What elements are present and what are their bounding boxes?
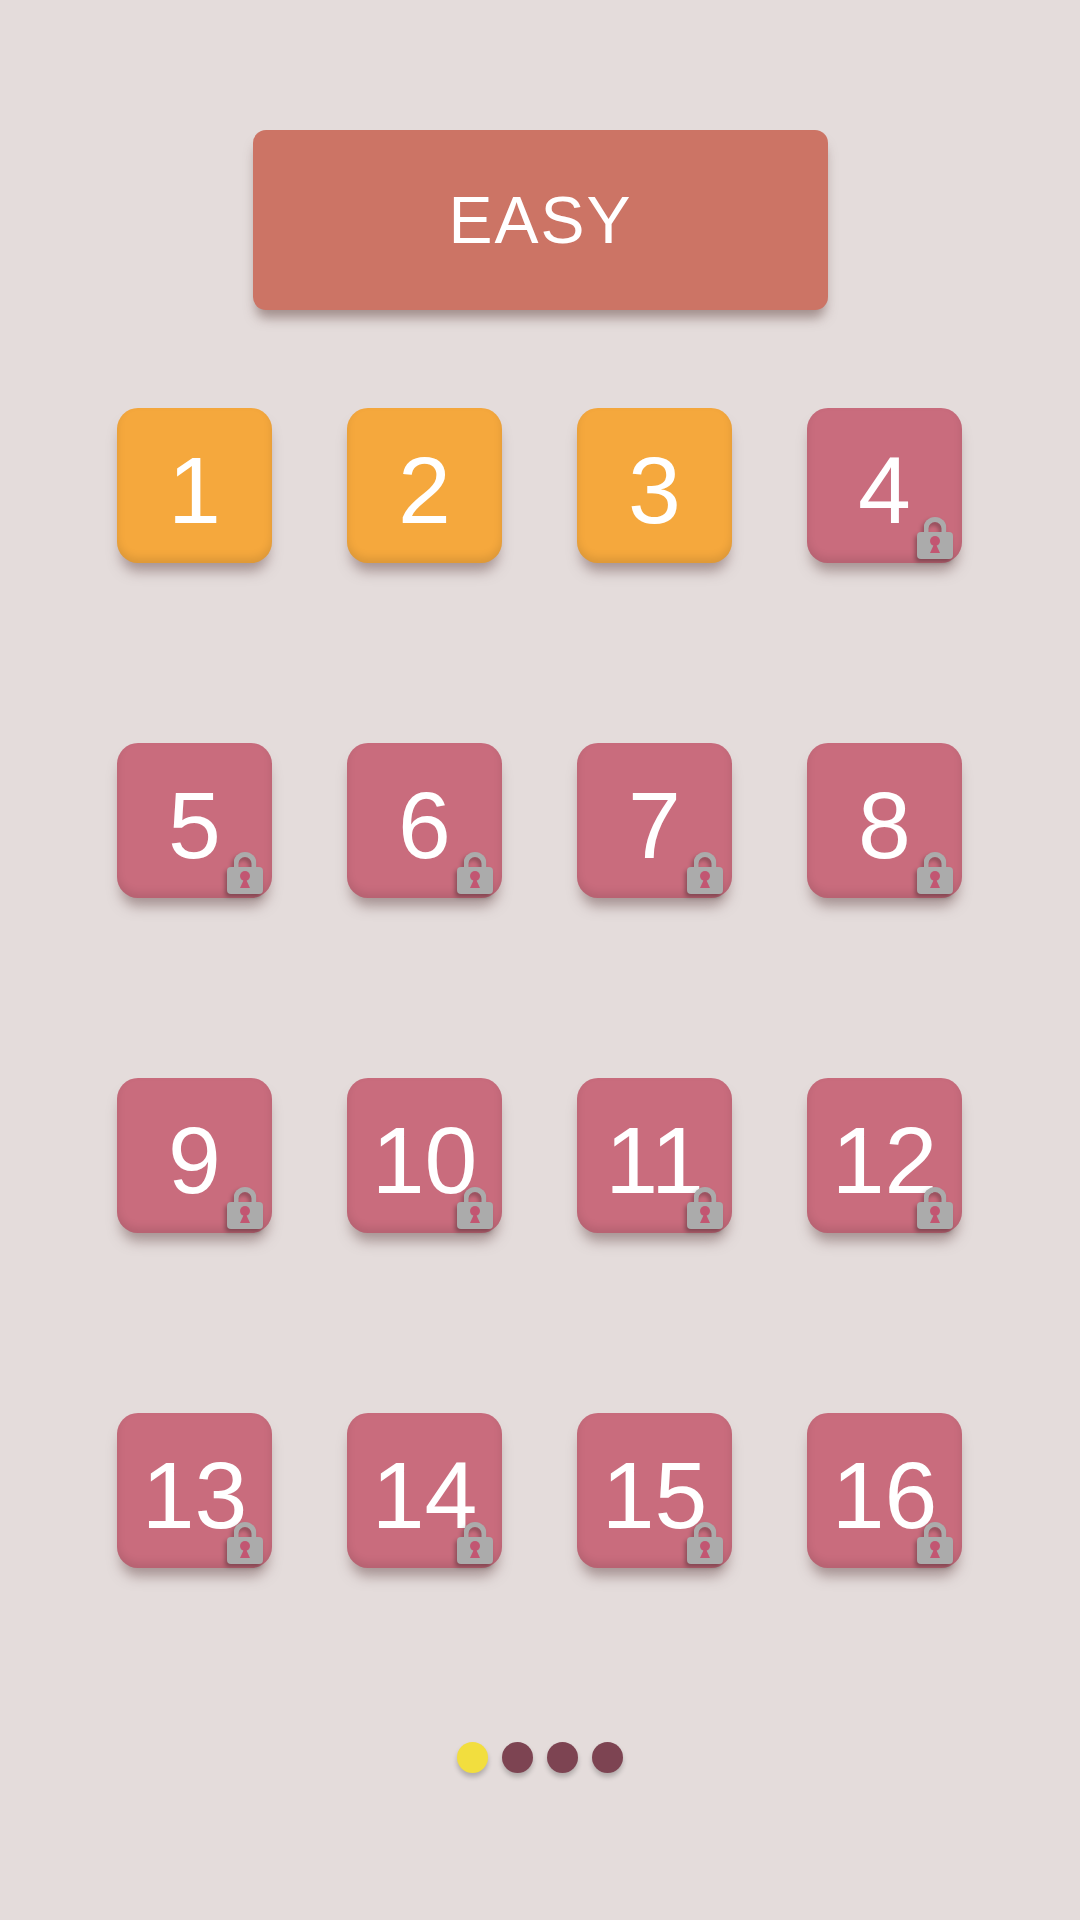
level-tile-2[interactable]: 2 <box>347 408 502 563</box>
lock-icon <box>917 1522 953 1564</box>
lock-icon <box>917 517 953 559</box>
level-tile-3[interactable]: 3 <box>577 408 732 563</box>
level-tile-14[interactable]: 14 <box>347 1413 502 1568</box>
level-tile-10[interactable]: 10 <box>347 1078 502 1233</box>
level-grid: 12345678910111213141516 <box>117 408 962 1568</box>
level-number: 3 <box>628 443 681 538</box>
level-number: 6 <box>398 778 451 873</box>
lock-icon <box>227 1522 263 1564</box>
level-tile-8[interactable]: 8 <box>807 743 962 898</box>
level-tile-16[interactable]: 16 <box>807 1413 962 1568</box>
level-number: 8 <box>858 778 911 873</box>
page-dot-4[interactable] <box>592 1742 623 1773</box>
lock-icon <box>457 852 493 894</box>
level-number: 2 <box>398 443 451 538</box>
level-tile-13[interactable]: 13 <box>117 1413 272 1568</box>
page-dot-1[interactable] <box>457 1742 488 1773</box>
level-select-screen: { "game": "puzzle-level-select", "positi… <box>0 0 1080 1920</box>
level-tile-6[interactable]: 6 <box>347 743 502 898</box>
level-tile-4[interactable]: 4 <box>807 408 962 563</box>
lock-icon <box>227 1187 263 1229</box>
page-dot-3[interactable] <box>547 1742 578 1773</box>
level-number: 4 <box>858 443 911 538</box>
level-tile-15[interactable]: 15 <box>577 1413 732 1568</box>
level-number: 5 <box>168 778 221 873</box>
page-indicator <box>0 1742 1080 1773</box>
level-tile-7[interactable]: 7 <box>577 743 732 898</box>
lock-icon <box>457 1187 493 1229</box>
level-tile-11[interactable]: 11 <box>577 1078 732 1233</box>
lock-icon <box>687 1522 723 1564</box>
level-tile-12[interactable]: 12 <box>807 1078 962 1233</box>
lock-icon <box>227 852 263 894</box>
difficulty-button[interactable]: EASY <box>253 130 828 310</box>
lock-icon <box>457 1522 493 1564</box>
lock-icon <box>917 1187 953 1229</box>
page-dot-2[interactable] <box>502 1742 533 1773</box>
level-tile-9[interactable]: 9 <box>117 1078 272 1233</box>
lock-icon <box>687 852 723 894</box>
level-number: 7 <box>628 778 681 873</box>
level-number: 9 <box>168 1113 221 1208</box>
level-number: 1 <box>168 443 221 538</box>
level-tile-5[interactable]: 5 <box>117 743 272 898</box>
lock-icon <box>687 1187 723 1229</box>
lock-icon <box>917 852 953 894</box>
level-tile-1[interactable]: 1 <box>117 408 272 563</box>
